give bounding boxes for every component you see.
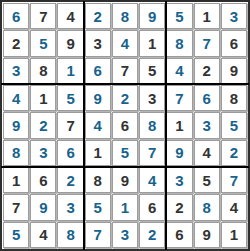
cell-r9c7[interactable]: 6: [166, 222, 192, 248]
cell-r9c1[interactable]: 5: [3, 222, 29, 248]
cell-r2c6[interactable]: 1: [139, 30, 165, 56]
cell-r5c7[interactable]: 1: [166, 112, 192, 138]
cell-r7c2[interactable]: 6: [30, 167, 56, 193]
cell-r4c2[interactable]: 1: [30, 85, 56, 111]
cell-r5c2[interactable]: 2: [30, 112, 56, 138]
cell-r9c9[interactable]: 1: [221, 222, 247, 248]
cell-r5c8[interactable]: 3: [194, 112, 220, 138]
cell-r5c6[interactable]: 8: [139, 112, 165, 138]
cell-r7c5[interactable]: 9: [112, 167, 138, 193]
cell-r3c3[interactable]: 1: [57, 58, 83, 84]
cell-r4c5[interactable]: 2: [112, 85, 138, 111]
sudoku-board: 6742895132593418763816754294159237689274…: [0, 0, 250, 251]
cell-r8c6[interactable]: 6: [139, 194, 165, 220]
cell-r8c4[interactable]: 5: [85, 194, 111, 220]
cell-r5c1[interactable]: 9: [3, 112, 29, 138]
cell-r1c6[interactable]: 9: [139, 3, 165, 29]
sudoku-grid: 6742895132593418763816754294159237689274…: [2, 2, 248, 249]
cell-r9c3[interactable]: 8: [57, 222, 83, 248]
cell-r1c9[interactable]: 3: [221, 3, 247, 29]
cell-r6c9[interactable]: 2: [221, 140, 247, 166]
cell-r8c1[interactable]: 7: [3, 194, 29, 220]
cell-r8c5[interactable]: 1: [112, 194, 138, 220]
cell-r9c8[interactable]: 9: [194, 222, 220, 248]
cell-r1c1[interactable]: 6: [3, 3, 29, 29]
cell-r6c5[interactable]: 5: [112, 140, 138, 166]
cell-r7c1[interactable]: 1: [3, 167, 29, 193]
cell-r4c1[interactable]: 4: [3, 85, 29, 111]
cell-r3c2[interactable]: 8: [30, 58, 56, 84]
cell-r3c4[interactable]: 6: [85, 58, 111, 84]
cell-r6c3[interactable]: 6: [57, 140, 83, 166]
cell-r7c3[interactable]: 2: [57, 167, 83, 193]
cell-r4c6[interactable]: 3: [139, 85, 165, 111]
cell-r9c5[interactable]: 3: [112, 222, 138, 248]
cell-r4c9[interactable]: 8: [221, 85, 247, 111]
cell-r8c7[interactable]: 2: [166, 194, 192, 220]
cell-r2c8[interactable]: 7: [194, 30, 220, 56]
cell-r8c2[interactable]: 9: [30, 194, 56, 220]
cell-r4c3[interactable]: 5: [57, 85, 83, 111]
cell-r9c6[interactable]: 2: [139, 222, 165, 248]
cell-r1c7[interactable]: 5: [166, 3, 192, 29]
cell-r4c7[interactable]: 7: [166, 85, 192, 111]
cell-r4c4[interactable]: 9: [85, 85, 111, 111]
cell-r1c2[interactable]: 7: [30, 3, 56, 29]
cell-r1c8[interactable]: 1: [194, 3, 220, 29]
cell-r1c3[interactable]: 4: [57, 3, 83, 29]
cell-r6c6[interactable]: 7: [139, 140, 165, 166]
cell-r4c8[interactable]: 6: [194, 85, 220, 111]
cell-r6c1[interactable]: 8: [3, 140, 29, 166]
cell-r6c4[interactable]: 1: [85, 140, 111, 166]
cell-r3c6[interactable]: 5: [139, 58, 165, 84]
cell-r5c4[interactable]: 4: [85, 112, 111, 138]
cell-r7c8[interactable]: 5: [194, 167, 220, 193]
cell-r2c3[interactable]: 9: [57, 30, 83, 56]
cell-r7c6[interactable]: 4: [139, 167, 165, 193]
cell-r2c2[interactable]: 5: [30, 30, 56, 56]
cell-r1c4[interactable]: 2: [85, 3, 111, 29]
cell-r2c5[interactable]: 4: [112, 30, 138, 56]
cell-r7c4[interactable]: 8: [85, 167, 111, 193]
cell-r6c7[interactable]: 9: [166, 140, 192, 166]
cell-r1c5[interactable]: 8: [112, 3, 138, 29]
cell-r2c9[interactable]: 6: [221, 30, 247, 56]
cell-r9c4[interactable]: 7: [85, 222, 111, 248]
cell-r3c8[interactable]: 2: [194, 58, 220, 84]
cell-r3c5[interactable]: 7: [112, 58, 138, 84]
cell-r3c9[interactable]: 9: [221, 58, 247, 84]
cell-r7c9[interactable]: 7: [221, 167, 247, 193]
cell-r5c9[interactable]: 5: [221, 112, 247, 138]
cell-r3c7[interactable]: 4: [166, 58, 192, 84]
cell-r3c1[interactable]: 3: [3, 58, 29, 84]
cell-r6c2[interactable]: 3: [30, 140, 56, 166]
cell-r2c4[interactable]: 3: [85, 30, 111, 56]
cell-r8c3[interactable]: 3: [57, 194, 83, 220]
cell-r5c3[interactable]: 7: [57, 112, 83, 138]
cell-r8c8[interactable]: 8: [194, 194, 220, 220]
cell-r2c1[interactable]: 2: [3, 30, 29, 56]
cell-r7c7[interactable]: 3: [166, 167, 192, 193]
cell-r9c2[interactable]: 4: [30, 222, 56, 248]
cell-r6c8[interactable]: 4: [194, 140, 220, 166]
cell-r5c5[interactable]: 6: [112, 112, 138, 138]
cell-r2c7[interactable]: 8: [166, 30, 192, 56]
cell-r8c9[interactable]: 4: [221, 194, 247, 220]
